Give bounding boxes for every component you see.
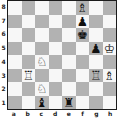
- rank-label-3: 3: [0, 69, 7, 83]
- piece-black-pawn-f7[interactable]: ♟: [77, 15, 88, 28]
- square-c2[interactable]: ♘: [35, 82, 49, 96]
- file-label-b: b: [21, 110, 35, 118]
- square-h4[interactable]: [103, 55, 117, 69]
- square-b4[interactable]: [22, 55, 36, 69]
- square-e5[interactable]: [62, 42, 76, 56]
- square-h3[interactable]: ♗: [103, 69, 117, 83]
- square-c7[interactable]: [35, 15, 49, 29]
- square-a4[interactable]: [8, 55, 22, 69]
- rank-label-2: 2: [0, 83, 7, 97]
- square-g6[interactable]: [89, 28, 103, 42]
- square-g1[interactable]: [89, 96, 103, 110]
- square-c8[interactable]: [35, 1, 49, 15]
- square-c3[interactable]: [35, 69, 49, 83]
- piece-white-king-h5[interactable]: ♔: [104, 42, 115, 55]
- square-b1[interactable]: [22, 96, 36, 110]
- square-h7[interactable]: [103, 15, 117, 29]
- rank-labels: 87654321: [0, 0, 7, 110]
- piece-black-bishop-c1[interactable]: ♝: [36, 96, 47, 109]
- file-label-h: h: [103, 110, 117, 118]
- rank-label-4: 4: [0, 55, 7, 69]
- square-a2[interactable]: [8, 82, 22, 96]
- piece-white-rook-g3[interactable]: ♖: [90, 69, 101, 82]
- square-b2[interactable]: [22, 82, 36, 96]
- square-e6[interactable]: [62, 28, 76, 42]
- square-c5[interactable]: [35, 42, 49, 56]
- square-h6[interactable]: [103, 28, 117, 42]
- piece-white-knight-c4[interactable]: ♘: [36, 55, 47, 68]
- square-d8[interactable]: [49, 1, 63, 15]
- rank-label-8: 8: [0, 0, 7, 14]
- square-b5[interactable]: [22, 42, 36, 56]
- piece-white-rook-b3[interactable]: ♖: [23, 69, 34, 82]
- square-b6[interactable]: [22, 28, 36, 42]
- piece-white-knight-c2[interactable]: ♘: [36, 82, 47, 95]
- square-c1[interactable]: ♝: [35, 96, 49, 110]
- file-label-f: f: [76, 110, 90, 118]
- rank-label-1: 1: [0, 96, 7, 110]
- square-h1[interactable]: [103, 96, 117, 110]
- square-d1[interactable]: [49, 96, 63, 110]
- piece-white-bishop-h3[interactable]: ♗: [104, 69, 115, 82]
- square-e7[interactable]: [62, 15, 76, 29]
- square-d3[interactable]: [49, 69, 63, 83]
- square-d2[interactable]: [49, 82, 63, 96]
- piece-black-pawn-g5[interactable]: ♟: [90, 42, 101, 55]
- chess-diagram: 87654321 ♗♟♚♟♔♘♖♖♗♘♝♜ abcdefgh: [0, 0, 118, 118]
- square-g4[interactable]: [89, 55, 103, 69]
- square-f5[interactable]: [76, 42, 90, 56]
- square-a7[interactable]: [8, 15, 22, 29]
- square-b3[interactable]: ♖: [22, 69, 36, 83]
- square-a1[interactable]: [8, 96, 22, 110]
- piece-black-king-f6[interactable]: ♚: [77, 28, 88, 41]
- square-c6[interactable]: [35, 28, 49, 42]
- square-g5[interactable]: ♟: [89, 42, 103, 56]
- square-e1[interactable]: ♜: [62, 96, 76, 110]
- square-e8[interactable]: [62, 1, 76, 15]
- square-f8[interactable]: ♗: [76, 1, 90, 15]
- square-a6[interactable]: [8, 28, 22, 42]
- square-f3[interactable]: [76, 69, 90, 83]
- square-f7[interactable]: ♟: [76, 15, 90, 29]
- square-f1[interactable]: [76, 96, 90, 110]
- square-f6[interactable]: ♚: [76, 28, 90, 42]
- square-d6[interactable]: [49, 28, 63, 42]
- square-a3[interactable]: [8, 69, 22, 83]
- square-d4[interactable]: [49, 55, 63, 69]
- square-e3[interactable]: [62, 69, 76, 83]
- rank-label-7: 7: [0, 14, 7, 28]
- square-e4[interactable]: [62, 55, 76, 69]
- rank-label-6: 6: [0, 28, 7, 42]
- square-a8[interactable]: [8, 1, 22, 15]
- square-h8[interactable]: [103, 1, 117, 15]
- square-d7[interactable]: [49, 15, 63, 29]
- square-e2[interactable]: [62, 82, 76, 96]
- rank-label-5: 5: [0, 41, 7, 55]
- file-label-c: c: [35, 110, 49, 118]
- square-a5[interactable]: [8, 42, 22, 56]
- square-c4[interactable]: ♘: [35, 55, 49, 69]
- square-f4[interactable]: [76, 55, 90, 69]
- chess-board: ♗♟♚♟♔♘♖♖♗♘♝♜: [7, 0, 117, 110]
- square-b8[interactable]: [22, 1, 36, 15]
- piece-white-bishop-f8[interactable]: ♗: [77, 1, 88, 14]
- file-label-g: g: [90, 110, 104, 118]
- square-g3[interactable]: ♖: [89, 69, 103, 83]
- square-b7[interactable]: [22, 15, 36, 29]
- square-g8[interactable]: [89, 1, 103, 15]
- square-f2[interactable]: [76, 82, 90, 96]
- file-label-d: d: [48, 110, 62, 118]
- square-g2[interactable]: [89, 82, 103, 96]
- file-labels: abcdefgh: [7, 110, 117, 118]
- file-label-e: e: [62, 110, 76, 118]
- square-d5[interactable]: [49, 42, 63, 56]
- square-h2[interactable]: [103, 82, 117, 96]
- square-h5[interactable]: ♔: [103, 42, 117, 56]
- file-label-a: a: [7, 110, 21, 118]
- square-g7[interactable]: [89, 15, 103, 29]
- piece-black-rook-e1[interactable]: ♜: [63, 96, 74, 109]
